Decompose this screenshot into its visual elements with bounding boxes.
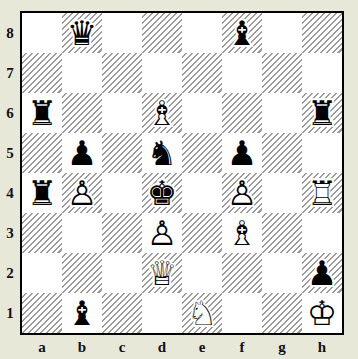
white-pawn-halo: ♟: [222, 173, 262, 213]
square-a4[interactable]: ♜♜: [22, 173, 62, 213]
black-bishop-halo: ♝: [62, 293, 102, 333]
file-label-e: e: [182, 335, 222, 359]
square-d2[interactable]: ♛♕: [142, 253, 182, 293]
file-label-g: g: [262, 335, 302, 359]
white-knight-halo: ♞: [182, 293, 222, 333]
square-e2[interactable]: [182, 253, 222, 293]
file-label-c: c: [102, 335, 142, 359]
black-bishop-b1: ♝: [62, 293, 102, 333]
square-a6[interactable]: ♜♜: [22, 93, 62, 133]
square-a5[interactable]: [22, 133, 62, 173]
square-b1[interactable]: ♝♝: [62, 293, 102, 333]
square-c3[interactable]: [102, 213, 142, 253]
square-h4[interactable]: ♜♖: [302, 173, 342, 213]
white-bishop-d6: ♗: [142, 93, 182, 133]
black-rook-h6: ♜: [302, 93, 342, 133]
square-h3[interactable]: [302, 213, 342, 253]
square-f5[interactable]: ♟♟: [222, 133, 262, 173]
square-h8[interactable]: [302, 13, 342, 53]
square-d5[interactable]: ♞♞: [142, 133, 182, 173]
black-queen-b8: ♛: [62, 13, 102, 53]
white-bishop-halo: ♝: [142, 93, 182, 133]
white-king-h1: ♔: [302, 293, 342, 333]
black-king-halo: ♚: [142, 173, 182, 213]
white-pawn-halo: ♟: [62, 173, 102, 213]
black-king-d4: ♚: [142, 173, 182, 213]
file-label-a: a: [22, 335, 62, 359]
black-bishop-halo: ♝: [222, 13, 262, 53]
square-g7[interactable]: [262, 53, 302, 93]
square-g2[interactable]: [262, 253, 302, 293]
black-rook-halo: ♜: [22, 173, 62, 213]
white-queen-d2: ♕: [142, 253, 182, 293]
white-knight-e1: ♘: [182, 293, 222, 333]
square-d6[interactable]: ♝♗: [142, 93, 182, 133]
square-c8[interactable]: [102, 13, 142, 53]
black-pawn-halo: ♟: [222, 133, 262, 173]
square-f6[interactable]: [222, 93, 262, 133]
square-b6[interactable]: [62, 93, 102, 133]
white-pawn-d3: ♙: [142, 213, 182, 253]
square-f7[interactable]: [222, 53, 262, 93]
white-king-halo: ♚: [302, 293, 342, 333]
square-e7[interactable]: [182, 53, 222, 93]
square-b8[interactable]: ♛♛: [62, 13, 102, 53]
square-c6[interactable]: [102, 93, 142, 133]
square-b3[interactable]: [62, 213, 102, 253]
rank-label-2: 2: [0, 253, 20, 293]
file-label-f: f: [222, 335, 262, 359]
square-d4[interactable]: ♚♚: [142, 173, 182, 213]
square-d1[interactable]: [142, 293, 182, 333]
chess-board: ♛♛♝♝♜♜♝♗♜♜♟♟♞♞♟♟♜♜♟♙♚♚♟♙♜♖♟♙♝♗♛♕♟♟♝♝♞♘♚♔: [20, 11, 344, 335]
black-knight-halo: ♞: [142, 133, 182, 173]
square-d8[interactable]: [142, 13, 182, 53]
square-g8[interactable]: [262, 13, 302, 53]
square-e6[interactable]: [182, 93, 222, 133]
black-queen-halo: ♛: [62, 13, 102, 53]
black-pawn-f5: ♟: [222, 133, 262, 173]
rank-label-7: 7: [0, 53, 20, 93]
black-bishop-f8: ♝: [222, 13, 262, 53]
square-g6[interactable]: [262, 93, 302, 133]
square-b7[interactable]: [62, 53, 102, 93]
square-b5[interactable]: ♟♟: [62, 133, 102, 173]
square-a2[interactable]: [22, 253, 62, 293]
square-e1[interactable]: ♞♘: [182, 293, 222, 333]
square-a3[interactable]: [22, 213, 62, 253]
square-c5[interactable]: [102, 133, 142, 173]
rank-label-1: 1: [0, 293, 20, 333]
square-g3[interactable]: [262, 213, 302, 253]
white-bishop-halo: ♝: [222, 213, 262, 253]
black-rook-halo: ♜: [302, 93, 342, 133]
rank-labels: 87654321: [0, 13, 20, 333]
square-d7[interactable]: [142, 53, 182, 93]
square-h5[interactable]: [302, 133, 342, 173]
square-c4[interactable]: [102, 173, 142, 213]
black-pawn-halo: ♟: [62, 133, 102, 173]
square-f3[interactable]: ♝♗: [222, 213, 262, 253]
white-bishop-f3: ♗: [222, 213, 262, 253]
black-rook-halo: ♜: [22, 93, 62, 133]
square-f4[interactable]: ♟♙: [222, 173, 262, 213]
rank-label-6: 6: [0, 93, 20, 133]
file-label-b: b: [62, 335, 102, 359]
white-queen-halo: ♛: [142, 253, 182, 293]
rank-label-4: 4: [0, 173, 20, 213]
rank-label-8: 8: [0, 13, 20, 53]
black-pawn-halo: ♟: [302, 253, 342, 293]
square-a1[interactable]: [22, 293, 62, 333]
square-g1[interactable]: [262, 293, 302, 333]
square-d3[interactable]: ♟♙: [142, 213, 182, 253]
rank-label-3: 3: [0, 213, 20, 253]
black-pawn-h2: ♟: [302, 253, 342, 293]
square-b2[interactable]: [62, 253, 102, 293]
square-f1[interactable]: [222, 293, 262, 333]
black-rook-a4: ♜: [22, 173, 62, 213]
square-h2[interactable]: ♟♟: [302, 253, 342, 293]
black-rook-a6: ♜: [22, 93, 62, 133]
square-h6[interactable]: ♜♜: [302, 93, 342, 133]
square-b4[interactable]: ♟♙: [62, 173, 102, 213]
square-f2[interactable]: [222, 253, 262, 293]
square-e8[interactable]: [182, 13, 222, 53]
square-e4[interactable]: [182, 173, 222, 213]
square-g4[interactable]: [262, 173, 302, 213]
square-h1[interactable]: ♚♔: [302, 293, 342, 333]
file-labels: abcdefgh: [22, 335, 342, 359]
square-c1[interactable]: [102, 293, 142, 333]
square-c2[interactable]: [102, 253, 142, 293]
square-f8[interactable]: ♝♝: [222, 13, 262, 53]
square-a8[interactable]: [22, 13, 62, 53]
white-pawn-halo: ♟: [142, 213, 182, 253]
file-label-h: h: [302, 335, 342, 359]
black-knight-d5: ♞: [142, 133, 182, 173]
file-label-d: d: [142, 335, 182, 359]
square-e3[interactable]: [182, 213, 222, 253]
white-rook-h4: ♖: [302, 173, 342, 213]
white-pawn-b4: ♙: [62, 173, 102, 213]
square-e5[interactable]: [182, 133, 222, 173]
rank-label-5: 5: [0, 133, 20, 173]
white-pawn-f4: ♙: [222, 173, 262, 213]
square-c7[interactable]: [102, 53, 142, 93]
square-g5[interactable]: [262, 133, 302, 173]
square-h7[interactable]: [302, 53, 342, 93]
square-a7[interactable]: [22, 53, 62, 93]
white-rook-halo: ♜: [302, 173, 342, 213]
black-pawn-b5: ♟: [62, 133, 102, 173]
